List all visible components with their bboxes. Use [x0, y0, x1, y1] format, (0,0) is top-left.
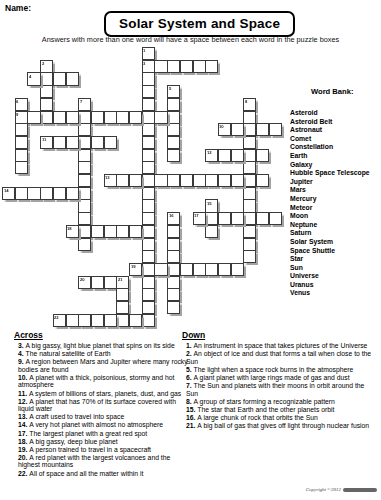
clue-number: 3: [143, 61, 145, 65]
clue-number: 8: [245, 99, 247, 103]
grid-cell[interactable]: [231, 263, 244, 276]
grid-cell[interactable]: [78, 174, 91, 187]
clue-number: 5: [169, 86, 171, 90]
grid-cell[interactable]: [142, 314, 155, 327]
grid-cell[interactable]: [154, 174, 167, 187]
grid-cell[interactable]: [142, 149, 155, 162]
clue-item: 4. The natural satellite of Earth: [18, 350, 188, 358]
clue-item-number: 7.: [186, 382, 194, 389]
clue-item: 19. A person trained to travel in a spac…: [18, 446, 188, 454]
clue-number: 19: [131, 264, 136, 268]
grid-cell[interactable]: [78, 123, 91, 136]
grid-cell[interactable]: [116, 225, 129, 238]
word-bank-item: Galaxy: [290, 161, 380, 170]
grid-cell[interactable]: [154, 263, 167, 276]
grid-cell[interactable]: [167, 111, 180, 124]
grid-cell[interactable]: [78, 149, 91, 162]
grid-cell[interactable]: [142, 212, 155, 225]
grid-cell[interactable]: [243, 238, 256, 251]
clue-number: 9: [16, 112, 18, 116]
down-clues-section: Down 1. An instrument in space that take…: [186, 330, 376, 430]
clue-item-number: 12.: [18, 398, 29, 405]
clue-number: 21: [118, 277, 123, 281]
clue-item-number: 5.: [186, 366, 194, 373]
clue-number: 4: [29, 74, 31, 78]
grid-cell[interactable]: [231, 174, 244, 187]
grid-cell[interactable]: [142, 85, 155, 98]
grid-cell[interactable]: [167, 288, 180, 301]
clue-number: 15: [207, 201, 212, 205]
word-bank: Word Bank: AsteroidAsteroid BeltAstronau…: [290, 87, 380, 298]
grid-cell[interactable]: [78, 161, 91, 174]
grid-cell[interactable]: 10: [218, 123, 231, 136]
grid-cell[interactable]: [231, 149, 244, 162]
clue-item-number: 4.: [18, 350, 26, 357]
crossword-grid: 13245697810111213141516171819202122: [2, 47, 284, 329]
clue-item: 21. A big ball of gas that gives off lig…: [186, 422, 376, 430]
grid-cell[interactable]: [205, 60, 218, 73]
grid-cell[interactable]: 18: [66, 225, 79, 238]
grid-cell[interactable]: [91, 276, 104, 289]
grid-cell[interactable]: [243, 212, 256, 225]
grid-cell[interactable]: [142, 199, 155, 212]
grid-cell[interactable]: [27, 111, 40, 124]
clue-number: 14: [4, 188, 9, 192]
clue-item-number: 11.: [18, 390, 29, 397]
grid-cell[interactable]: [269, 123, 282, 136]
word-bank-item: Neptune: [290, 221, 380, 230]
grid-cell[interactable]: [40, 72, 53, 85]
grid-cell[interactable]: [129, 174, 142, 187]
clue-item: 13. A craft used to travel into space: [18, 413, 188, 421]
across-clues-section: Across 3. A big gassy, light blue planet…: [18, 330, 188, 478]
clue-number: 12: [207, 150, 212, 154]
word-bank-item: Saturn: [290, 229, 380, 238]
grid-cell[interactable]: 16: [167, 212, 180, 225]
grid-cell[interactable]: [91, 111, 104, 124]
grid-cell[interactable]: [142, 174, 155, 187]
clue-item-number: 14.: [18, 421, 29, 428]
grid-cell[interactable]: [167, 225, 180, 238]
clue-item-number: 17.: [18, 430, 29, 437]
grid-cell[interactable]: [167, 250, 180, 263]
grid-cell[interactable]: [243, 123, 256, 136]
grid-cell[interactable]: 13: [104, 174, 117, 187]
word-bank-item: Solar System: [290, 238, 380, 247]
grid-cell[interactable]: [243, 136, 256, 149]
grid-cell[interactable]: [78, 225, 91, 238]
grid-cell[interactable]: [116, 314, 129, 327]
word-bank-item: Comet: [290, 135, 380, 144]
grid-cell[interactable]: [269, 212, 282, 225]
grid-cell[interactable]: [53, 111, 66, 124]
clue-item: 22. All of space and all the matter with…: [18, 470, 188, 478]
grid-cell[interactable]: [116, 174, 129, 187]
grid-cell[interactable]: [78, 111, 91, 124]
clue-item: 3. A big gassy, light blue planet that s…: [18, 342, 188, 350]
grid-cell[interactable]: [15, 123, 28, 136]
grid-cell[interactable]: [243, 199, 256, 212]
page-title: Solar System and Space: [119, 16, 280, 31]
title-box: Solar System and Space: [104, 11, 295, 37]
grid-cell[interactable]: [15, 161, 28, 174]
grid-cell[interactable]: [167, 149, 180, 162]
grid-cell[interactable]: [243, 187, 256, 200]
grid-cell[interactable]: [256, 149, 269, 162]
grid-cell[interactable]: [231, 123, 244, 136]
clue-item: 6. A giant planet with large rings made …: [186, 374, 376, 382]
clue-item: 2. An object of ice and dust that forms …: [186, 350, 376, 365]
grid-cell[interactable]: [243, 174, 256, 187]
clue-item: 11. A system of billions of stars, plane…: [18, 390, 188, 398]
grid-cell[interactable]: [243, 149, 256, 162]
grid-cell[interactable]: [15, 136, 28, 149]
grid-cell[interactable]: [91, 225, 104, 238]
grid-cell[interactable]: [142, 238, 155, 251]
grid-cell[interactable]: [104, 225, 117, 238]
grid-cell[interactable]: 2: [40, 60, 53, 73]
clue-item-number: 8.: [186, 398, 194, 405]
word-bank-item: Meteor: [290, 204, 380, 213]
across-clue-list: 3. A big gassy, light blue planet that s…: [18, 342, 188, 477]
grid-cell[interactable]: [78, 212, 91, 225]
clue-item-number: 6.: [186, 374, 194, 381]
clue-item: 17. The largest planet with a great red …: [18, 430, 188, 438]
grid-cell[interactable]: [218, 263, 231, 276]
clue-item: 16. A large chunk of rock that orbits th…: [186, 414, 376, 422]
grid-cell[interactable]: [142, 225, 155, 238]
grid-cell[interactable]: [256, 212, 269, 225]
grid-cell[interactable]: [142, 276, 155, 289]
word-bank-item: Space Shuttle: [290, 247, 380, 256]
grid-cell[interactable]: [167, 174, 180, 187]
grid-cell[interactable]: [27, 187, 40, 200]
grid-cell[interactable]: [91, 136, 104, 149]
grid-cell[interactable]: [142, 288, 155, 301]
grid-cell[interactable]: [78, 238, 91, 251]
grid-cell[interactable]: [142, 111, 155, 124]
word-bank-item: Moon: [290, 212, 380, 221]
down-header: Down: [182, 330, 376, 340]
grid-cell[interactable]: 15: [205, 199, 218, 212]
instructions-text: Answers with more than one word will hav…: [0, 35, 381, 44]
grid-cell[interactable]: 22: [53, 314, 66, 327]
grid-cell[interactable]: [129, 111, 142, 124]
across-header: Across: [14, 330, 188, 340]
grid-cell[interactable]: [66, 314, 79, 327]
grid-cell[interactable]: [40, 98, 53, 111]
clue-item: 9. A region between Mars and Jupiter whe…: [18, 358, 188, 373]
clue-number: 16: [169, 213, 174, 217]
grid-cell[interactable]: [40, 187, 53, 200]
clue-item: 20. A red planet with the largest volcan…: [18, 454, 188, 469]
clue-item: 14. A very hot planet with almost no atm…: [18, 421, 188, 429]
grid-cell[interactable]: [167, 238, 180, 251]
clue-item-number: 15.: [186, 406, 197, 413]
grid-cell[interactable]: [40, 85, 53, 98]
clue-item: 1. An instrument in space that takes pic…: [186, 342, 376, 350]
grid-cell[interactable]: [205, 174, 218, 187]
grid-cell[interactable]: [167, 276, 180, 289]
grid-cell[interactable]: [53, 72, 66, 85]
clue-number: 1: [143, 48, 145, 52]
grid-cell[interactable]: [142, 161, 155, 174]
clue-item: 10. A planet with a thick, poisonious, s…: [18, 374, 188, 389]
grid-cell[interactable]: [78, 199, 91, 212]
clue-number: 20: [80, 277, 85, 281]
clue-item-number: 21.: [186, 422, 197, 429]
grid-cell[interactable]: [167, 301, 180, 314]
grid-cell[interactable]: [142, 136, 155, 149]
clue-item-number: 3.: [18, 342, 26, 349]
word-bank-item: Venus: [290, 289, 380, 298]
grid-cell[interactable]: [129, 314, 142, 327]
copyright-text: Copyright ©2012: [306, 487, 341, 492]
copyright-notice: Copyright ©2012: [306, 487, 377, 492]
grid-cell[interactable]: [104, 136, 117, 149]
grid-cell[interactable]: [78, 187, 91, 200]
grid-cell[interactable]: 5: [167, 85, 180, 98]
grid-cell[interactable]: 17: [193, 212, 206, 225]
grid-cell[interactable]: [40, 111, 53, 124]
grid-cell[interactable]: [142, 187, 155, 200]
word-bank-item: Asteroid Belt: [290, 118, 380, 127]
grid-cell[interactable]: [193, 60, 206, 73]
clue-number: 17: [194, 213, 199, 217]
word-bank-item: Jupiter: [290, 178, 380, 187]
grid-cell[interactable]: 8: [243, 98, 256, 111]
grid-cell[interactable]: [116, 111, 129, 124]
grid-cell[interactable]: [66, 187, 79, 200]
grid-cell[interactable]: [66, 136, 79, 149]
grid-cell[interactable]: [218, 212, 231, 225]
grid-cell[interactable]: 1: [142, 47, 155, 60]
clue-number: 2: [42, 61, 44, 65]
grid-cell[interactable]: [167, 98, 180, 111]
footer-smudge: [343, 488, 377, 492]
grid-cell[interactable]: [104, 314, 117, 327]
grid-cell[interactable]: [231, 212, 244, 225]
grid-cell[interactable]: [53, 187, 66, 200]
word-bank-item: Astronaut: [290, 126, 380, 135]
grid-cell[interactable]: 12: [205, 149, 218, 162]
grid-cell[interactable]: [154, 111, 167, 124]
grid-cell[interactable]: [104, 276, 117, 289]
clue-item: 18. A big gassy, deep blue planet: [18, 438, 188, 446]
grid-cell[interactable]: [116, 288, 129, 301]
grid-cell[interactable]: [243, 225, 256, 238]
name-label: Name:: [5, 3, 31, 13]
clue-number: 10: [219, 124, 224, 128]
clue-item: 5. The light when a space rock burns in …: [186, 366, 376, 374]
clue-item: 15. The star that Earth and the other pl…: [186, 406, 376, 414]
grid-cell[interactable]: [91, 314, 104, 327]
grid-cell[interactable]: [167, 123, 180, 136]
clue-item-number: 19.: [18, 446, 29, 453]
grid-cell[interactable]: [142, 301, 155, 314]
word-bank-item: Mars: [290, 186, 380, 195]
grid-cell[interactable]: 21: [116, 276, 129, 289]
grid-cell[interactable]: [243, 161, 256, 174]
clue-item-number: 1.: [186, 342, 194, 349]
clue-number: 11: [42, 137, 46, 141]
grid-cell[interactable]: [193, 263, 206, 276]
word-bank-item: Constellation: [290, 143, 380, 152]
clue-item: 12. A planet that has 70% of its surface…: [18, 398, 188, 413]
grid-cell[interactable]: [15, 187, 28, 200]
grid-cell[interactable]: 20: [78, 276, 91, 289]
word-bank-item: Hubble Space Telescope: [290, 169, 380, 178]
word-bank-item: Earth: [290, 152, 380, 161]
clue-number: 18: [67, 226, 72, 230]
grid-cell[interactable]: [142, 123, 155, 136]
clue-item-number: 16.: [186, 414, 197, 421]
clue-item-number: 18.: [18, 438, 29, 445]
word-bank-header: Word Bank:: [311, 87, 380, 96]
word-bank-item: Sun: [290, 264, 380, 273]
grid-cell[interactable]: 3: [142, 60, 155, 73]
grid-cell[interactable]: [66, 111, 79, 124]
clue-item: 7. The Sun and planets with their moons …: [186, 382, 376, 397]
grid-cell[interactable]: 4: [27, 72, 40, 85]
grid-cell[interactable]: 9: [15, 111, 28, 124]
grid-cell[interactable]: [66, 72, 79, 85]
grid-cell[interactable]: [193, 174, 206, 187]
word-bank-list: AsteroidAsteroid BeltAstronautCometConst…: [290, 109, 380, 298]
grid-cell[interactable]: [104, 111, 117, 124]
grid-cell[interactable]: [205, 212, 218, 225]
grid-cell[interactable]: [180, 263, 193, 276]
clue-item-number: 2.: [186, 350, 194, 357]
down-clue-list: 1. An instrument in space that takes pic…: [186, 342, 376, 430]
grid-cell[interactable]: [78, 314, 91, 327]
grid-cell[interactable]: 7: [78, 98, 91, 111]
grid-cell[interactable]: [167, 136, 180, 149]
grid-cell[interactable]: [167, 60, 180, 73]
word-bank-item: Asteroid: [290, 109, 380, 118]
grid-cell[interactable]: [256, 174, 269, 187]
clue-item-number: 10.: [18, 374, 29, 381]
grid-cell[interactable]: [53, 136, 66, 149]
grid-cell[interactable]: [154, 60, 167, 73]
clue-number: 7: [80, 99, 82, 103]
clue-item-number: 9.: [18, 358, 26, 365]
grid-cell[interactable]: [129, 225, 142, 238]
grid-cell[interactable]: [218, 174, 231, 187]
clue-item: 8. A group of stars forming a recognizab…: [186, 398, 376, 406]
clue-item-number: 13.: [18, 413, 29, 420]
grid-cell[interactable]: [142, 250, 155, 263]
grid-cell[interactable]: 14: [2, 187, 15, 200]
grid-cell[interactable]: [167, 263, 180, 276]
grid-cell[interactable]: [180, 60, 193, 73]
grid-cell[interactable]: [142, 263, 155, 276]
grid-cell[interactable]: [142, 98, 155, 111]
grid-cell[interactable]: [78, 136, 91, 149]
worksheet-page: { "game": "crossword", "page": { "name_l…: [0, 0, 381, 500]
clue-item-number: 20.: [18, 454, 29, 461]
grid-cell[interactable]: [180, 174, 193, 187]
clue-number: 6: [16, 99, 18, 103]
word-bank-item: Mercury: [290, 195, 380, 204]
grid-cell[interactable]: [243, 250, 256, 263]
clue-item-number: 22.: [18, 470, 29, 477]
grid-cell[interactable]: [256, 123, 269, 136]
clue-number: 22: [54, 315, 59, 319]
grid-cell[interactable]: [205, 263, 218, 276]
grid-cell[interactable]: [116, 301, 129, 314]
word-bank-item: Uranus: [290, 281, 380, 290]
grid-cell[interactable]: [243, 111, 256, 124]
clue-number: 13: [105, 175, 110, 179]
word-bank-item: Universe: [290, 272, 380, 281]
grid-cell[interactable]: 19: [129, 263, 142, 276]
grid-cell[interactable]: [218, 149, 231, 162]
grid-cell[interactable]: [15, 149, 28, 162]
grid-cell[interactable]: [205, 225, 218, 238]
grid-cell[interactable]: 11: [40, 136, 53, 149]
grid-cell[interactable]: 6: [15, 98, 28, 111]
grid-cell[interactable]: [142, 72, 155, 85]
word-bank-item: Star: [290, 255, 380, 264]
